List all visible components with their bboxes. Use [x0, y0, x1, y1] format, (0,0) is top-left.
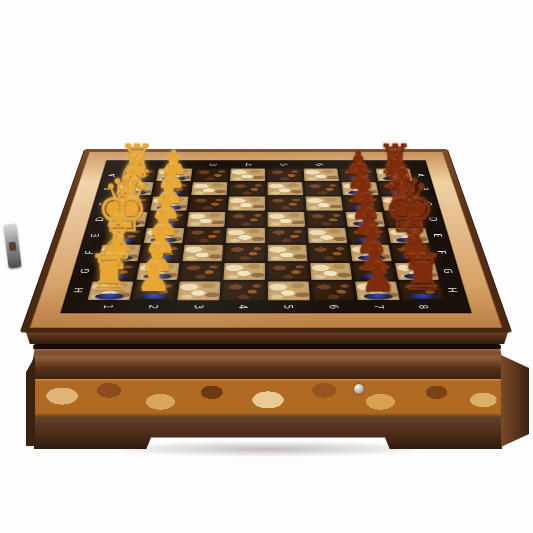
square-h8[interactable]: ♜ [399, 282, 445, 301]
square-h4[interactable] [222, 282, 264, 301]
square-h5[interactable] [267, 282, 309, 301]
square-b4[interactable] [229, 182, 265, 195]
chess-board: 12345678 12345678 ABCDEFGH ABCDEFGH ♜♟♟♜… [21, 150, 511, 332]
square-h1[interactable]: ♜ [87, 282, 133, 301]
rank-label-far-text: 6 [314, 163, 324, 166]
rank-label-near-text: 7 [372, 304, 385, 308]
square-f3[interactable] [183, 245, 224, 262]
square-c4[interactable] [228, 197, 265, 211]
square-g3[interactable] [180, 263, 222, 281]
square-e5[interactable] [267, 228, 306, 244]
casket-left-side [26, 356, 35, 446]
square-d3[interactable] [187, 212, 226, 227]
rank-label-far-6: 6 [301, 160, 337, 168]
rank-label-near-text: 1 [102, 304, 116, 308]
square-d5[interactable] [267, 212, 305, 227]
square-f6[interactable] [309, 245, 350, 262]
square-b3[interactable] [191, 182, 227, 195]
rank-label-near-text: 3 [192, 304, 205, 308]
rank-label-far-text: 4 [243, 163, 253, 166]
rank-label-near-text: 4 [237, 304, 250, 308]
squares-grid: ♜♟♟♜♞♟♟♞♝♟♟♝♛♟♟♛♚♟♟♚♝♟♟♝♞♟♟♞♜♟♟♜ [87, 168, 444, 300]
square-a4[interactable] [230, 168, 265, 181]
piece-black-pawn-h7[interactable]: ♟ [360, 258, 396, 298]
chess-set-scene: 12345678 12345678 ABCDEFGH ABCDEFGH ♜♟♟♜… [0, 0, 533, 533]
square-g4[interactable] [224, 263, 265, 281]
casket-molding [29, 349, 506, 379]
square-b5[interactable] [267, 182, 303, 195]
keyhole [354, 384, 364, 394]
square-h3[interactable] [177, 282, 220, 301]
square-h6[interactable] [311, 282, 354, 301]
rank-label-near-text: 8 [417, 304, 431, 308]
square-e6[interactable] [307, 228, 347, 244]
file-label-right-text: H [446, 288, 460, 293]
piece-white-pawn-h2[interactable]: ♟ [136, 258, 172, 298]
square-a3[interactable] [193, 168, 228, 181]
rank-label-far-3: 3 [194, 160, 230, 168]
square-d4[interactable] [227, 212, 265, 227]
square-a5[interactable] [267, 168, 302, 181]
casket-right-side [501, 355, 529, 447]
square-d6[interactable] [306, 212, 345, 227]
square-a6[interactable] [303, 168, 338, 181]
piece-black-rook-h8[interactable]: ♜ [401, 248, 445, 297]
square-c6[interactable] [305, 197, 342, 211]
casket-amber-band [34, 379, 502, 417]
square-e3[interactable] [185, 228, 225, 244]
square-h7[interactable]: ♟ [355, 282, 400, 301]
square-g6[interactable] [310, 263, 352, 281]
piece-white-rook-h1[interactable]: ♜ [87, 248, 131, 297]
square-g5[interactable] [267, 263, 308, 281]
rank-label-far-4: 4 [230, 160, 266, 168]
square-h2[interactable]: ♟ [132, 282, 177, 301]
rank-label-near-text: 5 [282, 304, 295, 308]
square-f4[interactable] [225, 245, 265, 262]
rank-label-near-text: 6 [327, 304, 340, 308]
square-b6[interactable] [304, 182, 340, 195]
rank-label-far-text: 5 [279, 163, 289, 166]
square-c3[interactable] [189, 197, 226, 211]
square-c5[interactable] [267, 197, 304, 211]
rank-label-near-text: 2 [147, 304, 160, 308]
square-e4[interactable] [226, 228, 265, 244]
metal-latch [3, 223, 21, 268]
rank-label-far-text: 3 [208, 163, 218, 166]
rank-label-far-5: 5 [266, 160, 302, 168]
file-label-left-text: H [72, 288, 86, 293]
square-f5[interactable] [267, 245, 307, 262]
